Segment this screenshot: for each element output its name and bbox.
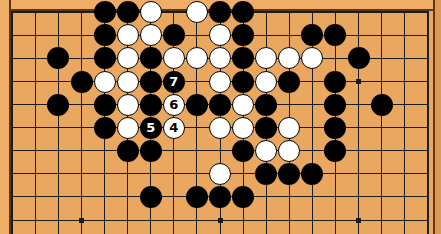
stone-black xyxy=(232,140,254,162)
stone-black xyxy=(255,163,277,185)
stone-black xyxy=(371,94,393,116)
stone-black xyxy=(140,71,162,93)
stone-black xyxy=(94,94,116,116)
stone-white xyxy=(140,1,162,23)
stone-white xyxy=(255,140,277,162)
stone-black xyxy=(94,24,116,46)
stone-black xyxy=(47,94,69,116)
stone-white xyxy=(117,117,139,139)
stone-white xyxy=(232,117,254,139)
stone-black xyxy=(117,1,139,23)
stone-white xyxy=(278,47,300,69)
stone-white xyxy=(163,47,185,69)
board-edge-left xyxy=(0,0,11,234)
numbered-stone-4: 4 xyxy=(163,117,185,139)
stone-white xyxy=(255,71,277,93)
stone-white xyxy=(209,71,231,93)
stone-white xyxy=(140,24,162,46)
stone-black xyxy=(117,140,139,162)
stone-white xyxy=(232,94,254,116)
stone-black xyxy=(301,24,323,46)
stone-white xyxy=(186,1,208,23)
stone-black xyxy=(232,1,254,23)
stone-black xyxy=(140,47,162,69)
stone-black xyxy=(324,71,346,93)
stone-black xyxy=(209,94,231,116)
stone-white xyxy=(301,47,323,69)
stone-black xyxy=(140,140,162,162)
stone-white xyxy=(209,47,231,69)
stone-black xyxy=(94,47,116,69)
stone-black xyxy=(324,24,346,46)
stone-white xyxy=(117,47,139,69)
stone-black xyxy=(209,1,231,23)
stone-black xyxy=(140,94,162,116)
star-point xyxy=(356,218,361,223)
stone-black xyxy=(278,71,300,93)
stone-black xyxy=(255,117,277,139)
stone-white xyxy=(278,117,300,139)
stone-black xyxy=(47,47,69,69)
stone-black xyxy=(324,94,346,116)
stone-black xyxy=(324,117,346,139)
grid-line-vertical xyxy=(11,11,13,234)
stone-black xyxy=(186,94,208,116)
stone-black xyxy=(255,94,277,116)
stone-white xyxy=(186,47,208,69)
go-diagram: 7654 xyxy=(0,0,441,234)
stone-white xyxy=(94,71,116,93)
grid-line-vertical xyxy=(427,11,429,234)
go-board: 7654 xyxy=(0,0,441,234)
stone-black xyxy=(324,140,346,162)
star-point xyxy=(218,218,223,223)
stone-black xyxy=(209,186,231,208)
board-edge-right xyxy=(433,0,441,234)
stone-black xyxy=(232,24,254,46)
star-point xyxy=(356,79,361,84)
grid-line-vertical xyxy=(81,11,82,234)
numbered-stone-5: 5 xyxy=(140,117,162,139)
stone-black xyxy=(232,71,254,93)
stone-black xyxy=(163,24,185,46)
stone-black xyxy=(348,47,370,69)
stone-black xyxy=(71,71,93,93)
stone-white xyxy=(209,24,231,46)
stone-black xyxy=(94,117,116,139)
grid-line-vertical xyxy=(35,11,36,234)
stone-black xyxy=(301,163,323,185)
star-point xyxy=(79,218,84,223)
stone-black xyxy=(94,1,116,23)
grid-line-vertical xyxy=(358,11,359,234)
stone-white xyxy=(278,140,300,162)
stone-black xyxy=(140,186,162,208)
grid-line-horizontal xyxy=(11,150,428,151)
stone-white xyxy=(209,117,231,139)
stone-white xyxy=(209,163,231,185)
stone-black xyxy=(278,163,300,185)
stone-white xyxy=(117,24,139,46)
grid-line-vertical xyxy=(404,11,405,234)
stone-black xyxy=(186,186,208,208)
stone-white xyxy=(117,94,139,116)
stone-black xyxy=(232,47,254,69)
numbered-stone-7: 7 xyxy=(163,71,185,93)
grid-line-vertical xyxy=(381,11,382,234)
stone-white xyxy=(255,47,277,69)
stone-white xyxy=(117,71,139,93)
grid-line-vertical xyxy=(58,11,59,234)
numbered-stone-6: 6 xyxy=(163,94,185,116)
stone-black xyxy=(232,186,254,208)
